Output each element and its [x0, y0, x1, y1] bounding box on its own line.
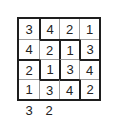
- grid-cell-r3c4[interactable]: 4: [79, 59, 99, 79]
- puzzle-board: 3421421321341342: [17, 17, 101, 101]
- grid-cell-r4c2[interactable]: 3: [39, 79, 59, 99]
- bottom-clue-col3: [59, 103, 79, 117]
- grid-cell-r4c4[interactable]: 2: [79, 79, 99, 99]
- grid-cell-r1c1[interactable]: 3: [19, 19, 39, 39]
- bottom-clue-col4: [79, 103, 99, 117]
- grid-cell-r1c2[interactable]: 4: [39, 19, 59, 39]
- grid-cell-r3c1[interactable]: 2: [19, 59, 39, 79]
- grid-cell-r1c3[interactable]: 2: [59, 19, 79, 39]
- grid-cell-r2c2[interactable]: 2: [39, 39, 59, 59]
- grid-cell-r3c2[interactable]: 1: [39, 59, 59, 79]
- grid-cell-r4c1[interactable]: 1: [19, 79, 39, 99]
- grid-cell-r2c3[interactable]: 1: [59, 39, 79, 59]
- grid-cell-r2c1[interactable]: 4: [19, 39, 39, 59]
- grid-cell-r3c3[interactable]: 3: [59, 59, 79, 79]
- bottom-clue-row: 32: [19, 103, 99, 117]
- bottom-clue-col2: 2: [39, 103, 59, 117]
- bottom-clue-col1: 3: [19, 103, 39, 117]
- grid-cell-r4c3[interactable]: 4: [59, 79, 79, 99]
- grid-cell-r2c4[interactable]: 3: [79, 39, 99, 59]
- grid-cell-r1c4[interactable]: 1: [79, 19, 99, 39]
- puzzle-page: 3421421321341342 32: [0, 0, 120, 120]
